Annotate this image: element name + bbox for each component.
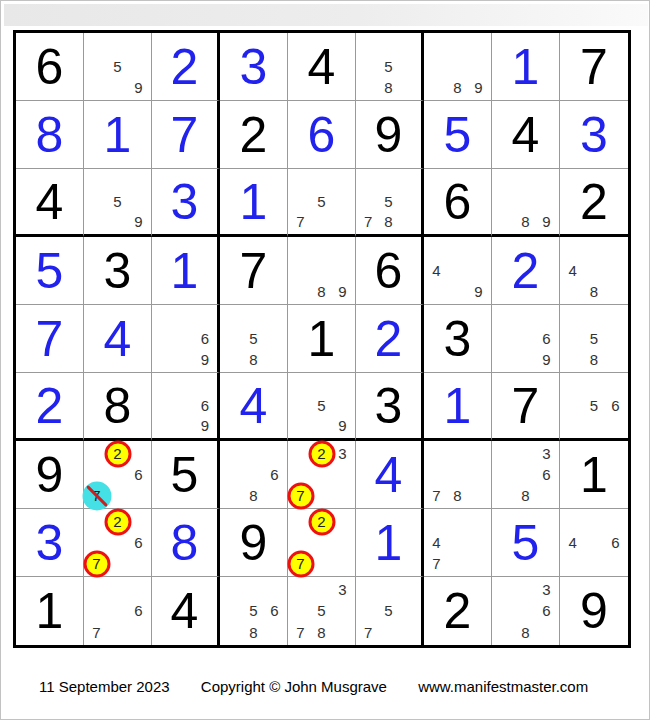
candidate-8: 8 [243,485,264,506]
solved-digit: 2 [16,373,83,438]
solved-digit: 5 [492,509,559,576]
cell-r7c2[interactable]: 267 [84,441,152,509]
candidate-5: 5 [243,328,264,349]
solved-digit: 1 [84,101,151,168]
cell-r6c4[interactable]: 4 [220,373,288,441]
candidate-8: 8 [243,622,264,643]
candidate-2-circled: 2 [107,443,128,464]
footer-copyright: Copyright © John Musgrave [201,678,387,695]
footer: 11 September 2023 Copyright © John Musgr… [39,678,588,695]
given-digit: 9 [16,441,83,508]
given-digit: 3 [356,373,421,438]
solved-digit: 3 [152,169,217,234]
cell-r5c7[interactable]: 3 [424,305,492,373]
given-digit: 7 [560,33,628,100]
cell-r2c1[interactable]: 8 [16,101,84,169]
pencil-marks: 58 [562,307,626,370]
given-digit: 1 [16,577,83,645]
cell-r1c4[interactable]: 3 [220,33,288,101]
pencil-marks: 368 [494,443,557,506]
pencil-marks: 89 [426,35,489,98]
solved-digit: 4 [356,441,421,508]
cell-r4c8[interactable]: 2 [492,237,560,305]
candidate-5: 5 [583,328,604,349]
solved-digit: 1 [492,33,559,100]
candidate-7-eliminated: 7 [86,485,107,506]
candidate-7: 7 [290,622,311,643]
cell-r3c3[interactable]: 3 [152,169,220,237]
cell-r6c6[interactable]: 3 [356,373,424,441]
candidate-9: 9 [468,281,489,302]
candidate-3: 3 [332,443,353,464]
candidate-8: 8 [378,77,398,98]
cell-r7c3[interactable]: 5 [152,441,220,509]
pencil-marks: 3578 [290,579,353,643]
solved-digit: 6 [288,101,355,168]
cell-r4c2[interactable]: 3 [84,237,152,305]
candidate-8: 8 [515,212,536,232]
candidate-9: 9 [332,416,353,436]
pencil-marks: 68 [222,443,285,506]
candidate-7-circled: 7 [290,485,311,506]
pencil-marks: 267 [86,511,149,574]
solved-digit: 2 [356,305,421,372]
candidate-9: 9 [536,349,557,370]
solved-digit: 5 [16,237,83,304]
pencil-marks: 59 [290,375,353,436]
cell-r2c3[interactable]: 7 [152,101,220,169]
pencil-marks: 57 [358,579,419,643]
candidate-9: 9 [195,349,215,370]
candidate-9: 9 [128,77,149,98]
pencil-marks: 48 [562,239,626,302]
footer-date: 11 September 2023 [39,678,170,695]
cell-r4c6[interactable]: 6 [356,237,424,305]
sudoku-page: 6592345889178172695434593157578689253178… [0,0,650,720]
candidate-8: 8 [583,349,604,370]
solved-digit: 7 [152,101,217,168]
pencil-marks: 89 [494,171,557,232]
cell-r1c2[interactable]: 59 [84,33,152,101]
pencil-marks: 237 [290,443,353,506]
pencil-marks: 568 [222,579,285,643]
cell-r7c4[interactable]: 68 [220,441,288,509]
candidate-5: 5 [107,191,128,211]
cell-r6c2[interactable]: 8 [84,373,152,441]
pencil-marks: 46 [562,511,626,574]
pencil-marks: 578 [358,171,419,232]
cell-r9c8[interactable]: 368 [492,577,560,645]
cell-r4c7[interactable]: 49 [424,237,492,305]
cell-r7c7[interactable]: 78 [424,441,492,509]
cell-r2c7[interactable]: 5 [424,101,492,169]
given-digit: 2 [560,169,628,234]
cell-r3c8[interactable]: 89 [492,169,560,237]
candidate-8: 8 [311,622,332,643]
candidate-2-circled: 2 [107,511,128,532]
cell-r5c5[interactable]: 1 [288,305,356,373]
solved-digit: 8 [152,509,217,576]
solved-digit: 4 [220,373,287,438]
pencil-marks: 47 [426,511,489,574]
candidate-7-circled: 7 [290,553,311,574]
candidate-9: 9 [195,416,215,436]
cell-r6c7[interactable]: 1 [424,373,492,441]
cell-r8c7[interactable]: 47 [424,509,492,577]
candidate-5: 5 [311,395,332,415]
candidate-8: 8 [583,281,604,302]
cell-r7c5[interactable]: 237 [288,441,356,509]
solved-digit: 1 [220,169,287,234]
solved-digit: 3 [220,33,287,100]
pencil-marks: 69 [154,375,215,436]
cell-r9c7[interactable]: 2 [424,577,492,645]
cell-r8c1[interactable]: 3 [16,509,84,577]
candidate-3: 3 [536,579,557,600]
top-strip [4,4,648,26]
pencil-marks: 368 [494,579,557,643]
given-digit: 9 [356,101,421,168]
cell-r7c8[interactable]: 368 [492,441,560,509]
cell-r9c3[interactable]: 4 [152,577,220,645]
cell-r9c6[interactable]: 57 [356,577,424,645]
cell-r3c5[interactable]: 57 [288,169,356,237]
candidate-7: 7 [86,622,107,643]
cell-r2c2[interactable]: 1 [84,101,152,169]
candidate-8: 8 [311,281,332,302]
candidate-8: 8 [378,212,398,232]
cell-r3c6[interactable]: 578 [356,169,424,237]
candidate-4: 4 [562,532,583,553]
cell-r2c5[interactable]: 6 [288,101,356,169]
cell-r5c1[interactable]: 7 [16,305,84,373]
cell-r7c6[interactable]: 4 [356,441,424,509]
cell-r4c9[interactable]: 48 [560,237,628,305]
cell-r8c9[interactable]: 46 [560,509,628,577]
cell-r2c9[interactable]: 3 [560,101,628,169]
given-digit: 9 [220,509,287,576]
pencil-marks: 78 [426,443,489,506]
candidate-6: 6 [128,600,149,621]
cell-r3c4[interactable]: 1 [220,169,288,237]
candidate-6: 6 [264,600,285,621]
candidate-3: 3 [536,443,557,464]
solved-digit: 3 [560,101,628,168]
cell-r9c2[interactable]: 67 [84,577,152,645]
footer-website: www.manifestmaster.com [418,678,588,695]
cell-r5c3[interactable]: 69 [152,305,220,373]
candidate-6: 6 [195,328,215,349]
candidate-8: 8 [515,622,536,643]
cell-r6c9[interactable]: 56 [560,373,628,441]
pencil-marks: 267 [86,443,149,506]
given-digit: 4 [152,577,217,645]
pencil-marks: 69 [494,307,557,370]
cell-r8c4[interactable]: 9 [220,509,288,577]
candidate-7: 7 [358,212,378,232]
solved-digit: 3 [16,509,83,576]
cell-r6c3[interactable]: 69 [152,373,220,441]
given-digit: 4 [16,169,83,234]
sudoku-board: 6592345889178172695434593157578689253178… [13,30,631,648]
candidate-7: 7 [358,622,378,643]
given-digit: 4 [492,101,559,168]
candidate-9: 9 [128,212,149,232]
cell-r9c9[interactable]: 9 [560,577,628,645]
given-digit: 9 [560,577,628,645]
cell-r8c2[interactable]: 267 [84,509,152,577]
pencil-marks: 67 [86,579,149,643]
pencil-marks: 57 [290,171,353,232]
given-digit: 2 [424,577,491,645]
candidate-9: 9 [332,281,353,302]
candidate-5: 5 [107,56,128,77]
cell-r4c5[interactable]: 89 [288,237,356,305]
cell-r6c5[interactable]: 59 [288,373,356,441]
cell-r5c8[interactable]: 69 [492,305,560,373]
candidate-4: 4 [562,260,583,281]
cell-r5c2[interactable]: 4 [84,305,152,373]
given-digit: 6 [16,33,83,100]
solved-digit: 8 [16,101,83,168]
candidate-8: 8 [515,485,536,506]
pencil-marks: 59 [86,35,149,98]
cell-r3c9[interactable]: 2 [560,169,628,237]
given-digit: 7 [220,237,287,304]
solved-digit: 2 [492,237,559,304]
candidate-7-circled: 7 [86,553,107,574]
candidate-2-circled: 2 [311,443,332,464]
given-digit: 6 [424,169,491,234]
cell-r8c3[interactable]: 8 [152,509,220,577]
cell-r6c8[interactable]: 7 [492,373,560,441]
given-digit: 1 [288,305,355,372]
cell-r2c4[interactable]: 2 [220,101,288,169]
candidate-2-circled: 2 [311,511,332,532]
cell-r4c4[interactable]: 7 [220,237,288,305]
cell-r1c3[interactable]: 2 [152,33,220,101]
cell-r7c9[interactable]: 1 [560,441,628,509]
pencil-marks: 69 [154,307,215,370]
given-digit: 1 [560,441,628,508]
candidate-5: 5 [378,191,398,211]
candidate-6: 6 [536,328,557,349]
cell-r8c5[interactable]: 27 [288,509,356,577]
cell-r1c7[interactable]: 89 [424,33,492,101]
given-digit: 8 [84,373,151,438]
cell-r5c6[interactable]: 2 [356,305,424,373]
cell-r5c4[interactable]: 58 [220,305,288,373]
candidate-7: 7 [290,212,311,232]
cell-r9c4[interactable]: 568 [220,577,288,645]
cell-r1c5[interactable]: 4 [288,33,356,101]
cell-r7c1[interactable]: 9 [16,441,84,509]
candidate-7: 7 [426,485,447,506]
pencil-marks: 27 [290,511,353,574]
candidate-6: 6 [264,464,285,485]
cell-r3c2[interactable]: 59 [84,169,152,237]
cell-r6c1[interactable]: 2 [16,373,84,441]
pencil-marks: 58 [358,35,419,98]
cell-r8c6[interactable]: 1 [356,509,424,577]
cell-r8c8[interactable]: 5 [492,509,560,577]
candidate-6: 6 [195,395,215,415]
candidate-6: 6 [128,464,149,485]
given-digit: 3 [424,305,491,372]
candidate-4: 4 [426,260,447,281]
solved-digit: 2 [152,33,217,100]
candidate-6: 6 [605,532,626,553]
cell-r1c9[interactable]: 7 [560,33,628,101]
candidate-8: 8 [447,77,468,98]
candidate-5: 5 [378,56,398,77]
pencil-marks: 56 [562,375,626,436]
pencil-marks: 89 [290,239,353,302]
candidate-9: 9 [468,77,489,98]
candidate-4: 4 [426,532,447,553]
cell-r1c8[interactable]: 1 [492,33,560,101]
candidate-5: 5 [583,395,604,415]
solved-digit: 1 [424,373,491,438]
solved-digit: 4 [84,305,151,372]
cell-r4c3[interactable]: 1 [152,237,220,305]
candidate-7: 7 [426,553,447,574]
cell-r3c1[interactable]: 4 [16,169,84,237]
candidate-5: 5 [243,600,264,621]
given-digit: 5 [152,441,217,508]
candidate-5: 5 [378,600,398,621]
candidate-3: 3 [332,579,353,600]
cell-r1c1[interactable]: 6 [16,33,84,101]
candidate-5: 5 [311,600,332,621]
given-digit: 4 [288,33,355,100]
cell-r9c1[interactable]: 1 [16,577,84,645]
candidate-9: 9 [536,212,557,232]
candidate-6: 6 [128,532,149,553]
cell-r3c7[interactable]: 6 [424,169,492,237]
given-digit: 7 [492,373,559,438]
pencil-marks: 49 [426,239,489,302]
candidate-6: 6 [605,395,626,415]
candidate-8: 8 [243,349,264,370]
candidate-8: 8 [447,485,468,506]
given-digit: 3 [84,237,151,304]
given-digit: 2 [220,101,287,168]
candidate-6: 6 [536,600,557,621]
cell-r2c6[interactable]: 9 [356,101,424,169]
cell-r9c5[interactable]: 3578 [288,577,356,645]
cell-r4c1[interactable]: 5 [16,237,84,305]
given-digit: 6 [356,237,421,304]
cell-r5c9[interactable]: 58 [560,305,628,373]
solved-digit: 5 [424,101,491,168]
cell-r1c6[interactable]: 58 [356,33,424,101]
pencil-marks: 58 [222,307,285,370]
candidate-5: 5 [311,191,332,211]
solved-digit: 1 [356,509,421,576]
pencil-marks: 59 [86,171,149,232]
solved-digit: 7 [16,305,83,372]
solved-digit: 1 [152,237,217,304]
cell-r2c8[interactable]: 4 [492,101,560,169]
candidate-6: 6 [536,464,557,485]
